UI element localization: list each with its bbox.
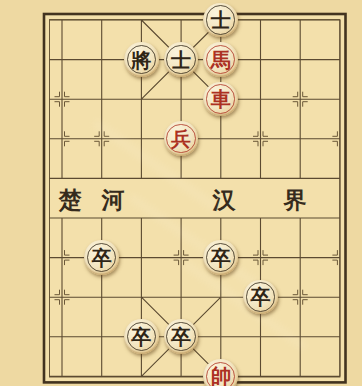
piece-black-soldier[interactable]: 卒 <box>164 319 199 354</box>
piece-glyph: 馬 <box>211 49 231 69</box>
piece-black-soldier[interactable]: 卒 <box>124 319 159 354</box>
piece-glyph: 卒 <box>250 287 270 307</box>
piece-glyph: 卒 <box>171 326 191 346</box>
river-label-han: 汉 <box>209 185 239 216</box>
piece-black-advisor[interactable]: 士 <box>203 3 238 38</box>
piece-glyph: 帥 <box>211 366 231 386</box>
piece-black-soldier[interactable]: 卒 <box>203 240 238 275</box>
piece-glyph: 兵 <box>171 128 191 148</box>
piece-glyph: 卒 <box>92 247 112 267</box>
piece-black-advisor[interactable]: 士 <box>164 42 199 77</box>
piece-red-general[interactable]: 帥 <box>203 359 238 386</box>
piece-glyph: 卒 <box>211 247 231 267</box>
piece-glyph: 士 <box>211 9 231 29</box>
xiangqi-board: 楚 河 汉 界 士將士馬車兵卒卒卒卒卒帥 <box>0 0 362 386</box>
piece-glyph: 士 <box>171 49 191 69</box>
piece-glyph: 將 <box>131 49 151 69</box>
piece-glyph: 卒 <box>131 326 151 346</box>
piece-red-horse[interactable]: 馬 <box>203 42 238 77</box>
river-label-he: 河 <box>98 185 128 216</box>
piece-black-general[interactable]: 將 <box>124 42 159 77</box>
piece-black-soldier[interactable]: 卒 <box>84 240 119 275</box>
piece-glyph: 車 <box>211 89 231 109</box>
river-label-chu: 楚 <box>55 185 85 216</box>
piece-red-soldier[interactable]: 兵 <box>164 121 199 156</box>
river-label-jie: 界 <box>280 185 310 216</box>
piece-black-soldier[interactable]: 卒 <box>243 280 278 315</box>
